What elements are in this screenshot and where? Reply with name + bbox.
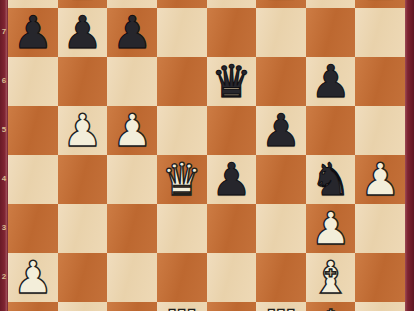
square-a1[interactable] xyxy=(8,302,58,311)
square-e4[interactable]: ♟ xyxy=(207,155,257,204)
square-b8[interactable]: ♚ xyxy=(58,0,108,8)
square-d2[interactable] xyxy=(157,253,207,302)
square-b1[interactable] xyxy=(58,302,108,311)
square-b2[interactable] xyxy=(58,253,108,302)
square-c1[interactable] xyxy=(107,302,157,311)
square-e8[interactable] xyxy=(207,0,257,8)
square-f6[interactable] xyxy=(256,57,306,106)
square-e6[interactable]: ♛ xyxy=(207,57,257,106)
chessboard: ♚♜♜♟♟♟♛♟♟♟♟♛♟♞♟♟♟♝♜♜♚ xyxy=(8,0,405,311)
piece-white-pawn: ♟ xyxy=(306,204,356,253)
square-g6[interactable]: ♟ xyxy=(306,57,356,106)
square-c6[interactable] xyxy=(107,57,157,106)
rank-label-6: 6 xyxy=(0,76,8,86)
square-h6[interactable] xyxy=(355,57,405,106)
square-a2[interactable]: ♟ xyxy=(8,253,58,302)
piece-white-pawn: ♟ xyxy=(58,106,108,155)
square-a4[interactable] xyxy=(8,155,58,204)
square-d4[interactable]: ♛ xyxy=(157,155,207,204)
piece-black-pawn: ♟ xyxy=(58,8,108,57)
piece-white-bishop: ♝ xyxy=(306,253,356,302)
square-d3[interactable] xyxy=(157,204,207,253)
piece-black-rook: ♜ xyxy=(256,0,306,8)
piece-white-queen: ♛ xyxy=(157,155,207,204)
piece-black-pawn: ♟ xyxy=(256,106,306,155)
square-d7[interactable] xyxy=(157,8,207,57)
square-g3[interactable]: ♟ xyxy=(306,204,356,253)
piece-black-king: ♚ xyxy=(58,0,108,8)
rank-label-3: 3 xyxy=(0,223,8,233)
square-h7[interactable] xyxy=(355,8,405,57)
board-border-right xyxy=(405,0,414,311)
square-e7[interactable] xyxy=(207,8,257,57)
square-b6[interactable] xyxy=(58,57,108,106)
square-g7[interactable] xyxy=(306,8,356,57)
square-h1[interactable] xyxy=(355,302,405,311)
square-b3[interactable] xyxy=(58,204,108,253)
square-d8[interactable] xyxy=(157,0,207,8)
square-f8[interactable]: ♜ xyxy=(256,0,306,8)
piece-black-knight: ♞ xyxy=(306,155,356,204)
square-h4[interactable]: ♟ xyxy=(355,155,405,204)
square-b5[interactable]: ♟ xyxy=(58,106,108,155)
square-f1[interactable]: ♜ xyxy=(256,302,306,311)
piece-white-pawn: ♟ xyxy=(355,155,405,204)
piece-black-pawn: ♟ xyxy=(107,8,157,57)
square-d6[interactable] xyxy=(157,57,207,106)
square-a6[interactable] xyxy=(8,57,58,106)
piece-white-rook: ♜ xyxy=(157,302,207,311)
square-f5[interactable]: ♟ xyxy=(256,106,306,155)
square-c5[interactable]: ♟ xyxy=(107,106,157,155)
rank-label-5: 5 xyxy=(0,125,8,135)
square-e1[interactable] xyxy=(207,302,257,311)
square-h8[interactable]: ♜ xyxy=(355,0,405,8)
rank-label-2: 2 xyxy=(0,272,8,282)
piece-black-pawn: ♟ xyxy=(306,57,356,106)
piece-white-rook: ♜ xyxy=(256,302,306,311)
piece-white-king: ♚ xyxy=(306,302,356,311)
piece-white-pawn: ♟ xyxy=(107,106,157,155)
square-c8[interactable] xyxy=(107,0,157,8)
square-g1[interactable]: ♚ xyxy=(306,302,356,311)
square-c4[interactable] xyxy=(107,155,157,204)
square-c7[interactable]: ♟ xyxy=(107,8,157,57)
square-b7[interactable]: ♟ xyxy=(58,8,108,57)
square-e2[interactable] xyxy=(207,253,257,302)
square-d1[interactable]: ♜ xyxy=(157,302,207,311)
square-c3[interactable] xyxy=(107,204,157,253)
square-e5[interactable] xyxy=(207,106,257,155)
square-h3[interactable] xyxy=(355,204,405,253)
square-g2[interactable]: ♝ xyxy=(306,253,356,302)
square-f3[interactable] xyxy=(256,204,306,253)
square-h2[interactable] xyxy=(355,253,405,302)
square-a7[interactable]: ♟ xyxy=(8,8,58,57)
square-a5[interactable] xyxy=(8,106,58,155)
piece-white-pawn: ♟ xyxy=(8,253,58,302)
chessboard-frame: ♚♜♜♟♟♟♛♟♟♟♟♛♟♞♟♟♟♝♜♜♚ 765432 xyxy=(0,0,414,311)
piece-black-pawn: ♟ xyxy=(207,155,257,204)
square-f4[interactable] xyxy=(256,155,306,204)
square-a3[interactable] xyxy=(8,204,58,253)
square-b4[interactable] xyxy=(58,155,108,204)
piece-black-rook: ♜ xyxy=(355,0,405,8)
piece-black-queen: ♛ xyxy=(207,57,257,106)
rank-label-7: 7 xyxy=(0,27,8,37)
square-g8[interactable] xyxy=(306,0,356,8)
square-g5[interactable] xyxy=(306,106,356,155)
square-e3[interactable] xyxy=(207,204,257,253)
square-f2[interactable] xyxy=(256,253,306,302)
square-f7[interactable] xyxy=(256,8,306,57)
square-g4[interactable]: ♞ xyxy=(306,155,356,204)
square-c2[interactable] xyxy=(107,253,157,302)
square-a8[interactable] xyxy=(8,0,58,8)
piece-black-pawn: ♟ xyxy=(8,8,58,57)
board-border-left xyxy=(0,0,8,311)
square-h5[interactable] xyxy=(355,106,405,155)
square-d5[interactable] xyxy=(157,106,207,155)
rank-label-4: 4 xyxy=(0,174,8,184)
